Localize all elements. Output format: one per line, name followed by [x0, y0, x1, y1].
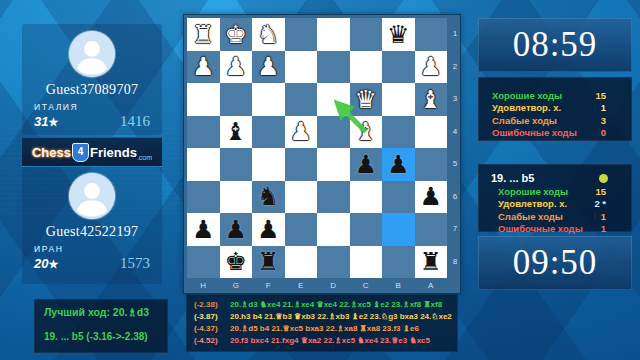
player-country: ИРАН: [34, 244, 162, 254]
square-c6[interactable]: [350, 181, 383, 214]
square-c7[interactable]: [350, 213, 383, 246]
square-g5[interactable]: [220, 148, 253, 181]
stat-row: Ошибочные ходы0: [478, 127, 632, 139]
rank-label-4: 4: [449, 116, 461, 149]
black-king[interactable]: ♚: [225, 249, 247, 274]
player-country: ИТАЛИЯ: [34, 102, 162, 112]
star-icon: ★: [48, 258, 58, 270]
analysis-line[interactable]: (-3.87)20.h3 b4 21.♕b3 ♛xb3 22.♗xb3 ♝e2 …: [186, 311, 458, 323]
stat-row: Хорошие ходы15: [478, 90, 632, 102]
star-icon: ★: [48, 116, 58, 128]
square-g4[interactable]: ♝: [220, 116, 253, 149]
square-a3[interactable]: ♝: [415, 83, 448, 116]
stat-row: Удовлетвор. х.1: [478, 102, 632, 114]
analysis-moves: 20.h3 b4 21.♕b3 ♛xb3 22.♗xb3 ♝e2 23.♘g3 …: [230, 311, 452, 323]
square-d4[interactable]: [317, 116, 350, 149]
stat-row: Удовлетвор. х.2 *: [478, 198, 632, 210]
player-rating: 1416: [120, 113, 150, 130]
square-h7[interactable]: ♟: [187, 213, 220, 246]
avatar: [69, 31, 115, 77]
stat-label: Удовлетвор. х.: [498, 198, 567, 210]
best-move-box: Лучший ход: 20.♗d3 19. ... b5 (-3.16->-2…: [34, 299, 168, 353]
best-move-text: Лучший ход: 20.♗d3: [44, 306, 168, 318]
avatar: [69, 173, 115, 219]
white-pawn[interactable]: ♟: [420, 54, 442, 79]
player-stars: 20★: [34, 256, 58, 271]
square-e5[interactable]: [285, 148, 318, 181]
rank-label-6: 6: [449, 181, 461, 214]
rank-label-5: 5: [449, 148, 461, 181]
square-a7[interactable]: [415, 213, 448, 246]
square-e1[interactable]: [285, 18, 318, 51]
stat-label: Ошибочные ходы: [492, 127, 577, 139]
square-h5[interactable]: [187, 148, 220, 181]
square-b7[interactable]: [382, 213, 415, 246]
square-f5[interactable]: [252, 148, 285, 181]
square-f3[interactable]: [252, 83, 285, 116]
square-a2[interactable]: ♟: [415, 51, 448, 84]
stat-value: 15: [595, 90, 606, 102]
white-bishop[interactable]: ♝: [420, 87, 442, 112]
square-f8[interactable]: ♜: [252, 246, 285, 279]
square-a5[interactable]: [415, 148, 448, 181]
analysis-eval: (-2.38): [194, 299, 230, 311]
white-bishop[interactable]: ♝: [355, 119, 377, 144]
logo-com-text: .com: [137, 154, 152, 161]
white-queen[interactable]: ♛: [355, 87, 377, 112]
player-rating: 1573: [120, 255, 150, 272]
square-b6[interactable]: [382, 181, 415, 214]
square-b4[interactable]: [382, 116, 415, 149]
square-g7[interactable]: ♟: [220, 213, 253, 246]
stat-label: Слабые ходы: [492, 115, 557, 127]
square-h2[interactable]: ♟: [187, 51, 220, 84]
move-stats-panel: 19. ... b5 Хорошие ходы15Удовлетвор. х.2…: [478, 164, 632, 232]
square-f7[interactable]: ♟: [252, 213, 285, 246]
square-b3[interactable]: [382, 83, 415, 116]
clock-top-time: 08:59: [478, 18, 632, 71]
logo-chess-text: Chess: [32, 145, 71, 160]
square-b1[interactable]: ♛: [382, 18, 415, 51]
white-knight[interactable]: ♞: [257, 22, 279, 47]
black-pawn[interactable]: ♟: [225, 217, 247, 242]
stat-label: Хорошие ходы: [492, 90, 562, 102]
square-h4[interactable]: [187, 116, 220, 149]
stat-value: 3: [601, 115, 606, 127]
square-d2[interactable]: [317, 51, 350, 84]
square-b2[interactable]: [382, 51, 415, 84]
black-knight[interactable]: ♞: [257, 184, 279, 209]
square-g8[interactable]: ♚: [220, 246, 253, 279]
logo-shield-icon: 4: [72, 143, 89, 162]
square-f4[interactable]: [252, 116, 285, 149]
black-pawn[interactable]: ♟: [387, 152, 409, 177]
played-move-eval-text: 19. ... b5 (-3.16->-2.38): [44, 331, 168, 342]
black-rook[interactable]: ♜: [420, 249, 442, 274]
square-f6[interactable]: ♞: [252, 181, 285, 214]
square-d1[interactable]: [317, 18, 350, 51]
person-icon: [69, 31, 115, 77]
black-pawn[interactable]: ♟: [420, 184, 442, 209]
square-f2[interactable]: ♟: [252, 51, 285, 84]
square-a8[interactable]: ♜: [415, 246, 448, 279]
analysis-line[interactable]: (-2.38)20.♗d3 ♞xe4 21.♗xe4 ♛xe4 22.♗xc5 …: [186, 299, 458, 311]
clock-bottom-time: 09:50: [478, 236, 632, 289]
file-label-e: E: [285, 279, 318, 293]
player-name: Guest37089707: [22, 82, 162, 98]
analysis-eval: (-4.52): [194, 335, 230, 347]
square-b5[interactable]: ♟: [382, 148, 415, 181]
clock-bottom: 09:50: [478, 236, 632, 290]
stat-label: Удовлетвор. х.: [492, 102, 561, 114]
analysis-line[interactable]: (-4.52)20.f3 bxc4 21.fxg4 ♛xa2 22.♗xc5 ♞…: [186, 335, 458, 347]
stat-label: Ошибочные ходы: [498, 223, 583, 235]
square-c3[interactable]: ♛: [350, 83, 383, 116]
stat-row: Хорошие ходы15: [478, 186, 632, 198]
file-label-f: F: [252, 279, 285, 293]
file-label-c: C: [350, 279, 383, 293]
square-e3[interactable]: [285, 83, 318, 116]
black-pawn[interactable]: ♟: [355, 152, 377, 177]
logo-friends-text: Friends: [90, 145, 137, 160]
black-queen[interactable]: ♛: [387, 22, 409, 47]
square-a1[interactable]: [415, 18, 448, 51]
square-e7[interactable]: [285, 213, 318, 246]
white-pawn[interactable]: ♟: [257, 54, 279, 79]
square-c5[interactable]: ♟: [350, 148, 383, 181]
square-d7[interactable]: [317, 213, 350, 246]
analysis-moves: 20.f3 bxc4 21.fxg4 ♛xa2 22.♗xc5 ♞xe4 23.…: [230, 335, 430, 347]
square-g2[interactable]: ♟: [220, 51, 253, 84]
game-stats-panel: Хорошие ходы15Удовлетвор. х.1Слабые ходы…: [478, 77, 632, 141]
black-rook[interactable]: ♜: [257, 249, 279, 274]
square-d3[interactable]: [317, 83, 350, 116]
rank-label-3: 3: [449, 83, 461, 116]
white-pawn[interactable]: ♟: [290, 119, 312, 144]
square-c2[interactable]: [350, 51, 383, 84]
square-d6[interactable]: [317, 181, 350, 214]
square-b8[interactable]: [382, 246, 415, 279]
stat-value: 1: [601, 102, 606, 114]
square-e6[interactable]: [285, 181, 318, 214]
analysis-eval: (-3.87): [194, 311, 230, 323]
square-h3[interactable]: [187, 83, 220, 116]
stat-value: 15: [595, 186, 606, 198]
player-name: Guest42522197: [22, 224, 162, 240]
file-label-h: H: [187, 279, 220, 293]
stat-value: 2 *: [594, 198, 606, 210]
file-label-b: B: [382, 279, 415, 293]
white-rook[interactable]: ♜: [192, 22, 214, 47]
rank-labels: 12345678: [449, 18, 461, 278]
white-pawn[interactable]: ♟: [225, 54, 247, 79]
analysis-line[interactable]: (-4.37)20.♗d5 b4 21.♕xc5 bxa3 22.♗xa8 ♜x…: [186, 323, 458, 335]
white-king[interactable]: ♚: [225, 22, 247, 47]
square-h8[interactable]: [187, 246, 220, 279]
player-card-top: Guest37089707 ИТАЛИЯ 31★ 1416: [22, 24, 162, 135]
engine-analysis-panel: (-2.38)20.♗d3 ♞xe4 21.♗xe4 ♛xe4 22.♗xc5 …: [186, 294, 458, 352]
person-icon: [69, 173, 115, 219]
file-label-d: D: [317, 279, 350, 293]
stat-label: Хорошие ходы: [498, 186, 568, 198]
square-h6[interactable]: [187, 181, 220, 214]
site-logo: Chess 4 Friends .com: [22, 137, 162, 167]
file-label-a: A: [415, 279, 448, 293]
square-c1[interactable]: [350, 18, 383, 51]
stat-row: Слабые ходы3: [478, 115, 632, 127]
analysis-eval: (-4.37): [194, 323, 230, 335]
analysis-moves: 20.♗d3 ♞xe4 21.♗xe4 ♛xe4 22.♗xc5 ♝e2 23.…: [230, 299, 442, 311]
stat-value: 0: [601, 127, 606, 139]
rank-label-1: 1: [449, 18, 461, 51]
player-stars: 31★: [34, 114, 58, 129]
square-e8[interactable]: [285, 246, 318, 279]
black-pawn[interactable]: ♟: [192, 217, 214, 242]
chess-board-panel: ♜♚♞♛♟♟♟♟♛♝♝♟♝♟♟♞♟♟♟♟♚♜♜ 12345678 HGFEDCB…: [183, 14, 461, 294]
white-pawn[interactable]: ♟: [192, 54, 214, 79]
analysis-moves: 20.♗d5 b4 21.♕xc5 bxa3 22.♗xa8 ♜xa8 23.f…: [230, 323, 419, 335]
stat-value: 1: [601, 211, 606, 223]
player-card-bottom: Guest42522197 ИРАН 20★ 1573: [22, 166, 162, 284]
rank-label-8: 8: [449, 246, 461, 279]
square-g1[interactable]: ♚: [220, 18, 253, 51]
file-label-g: G: [220, 279, 253, 293]
file-labels: HGFEDCBA: [187, 279, 447, 293]
square-d5[interactable]: [317, 148, 350, 181]
square-c8[interactable]: [350, 246, 383, 279]
square-a4[interactable]: [415, 116, 448, 149]
move-quality-dot: [599, 174, 608, 183]
square-d8[interactable]: [317, 246, 350, 279]
square-g3[interactable]: [220, 83, 253, 116]
square-c4[interactable]: ♝: [350, 116, 383, 149]
rank-label-7: 7: [449, 213, 461, 246]
stat-row: Ошибочные ходы1: [478, 223, 632, 235]
square-f1[interactable]: ♞: [252, 18, 285, 51]
square-e2[interactable]: [285, 51, 318, 84]
stat-row: Слабые ходы1: [478, 211, 632, 223]
clock-top: 08:59: [478, 18, 632, 72]
square-h1[interactable]: ♜: [187, 18, 220, 51]
black-bishop[interactable]: ♝: [225, 119, 247, 144]
stat-label: Слабые ходы: [498, 211, 563, 223]
chess-board[interactable]: ♜♚♞♛♟♟♟♟♛♝♝♟♝♟♟♞♟♟♟♟♚♜♜: [187, 18, 447, 278]
current-move-label: 19. ... b5: [491, 172, 534, 184]
square-e4[interactable]: ♟: [285, 116, 318, 149]
square-a6[interactable]: ♟: [415, 181, 448, 214]
stat-value: 1: [601, 223, 606, 235]
rank-label-2: 2: [449, 51, 461, 84]
black-pawn[interactable]: ♟: [257, 217, 279, 242]
square-g6[interactable]: [220, 181, 253, 214]
